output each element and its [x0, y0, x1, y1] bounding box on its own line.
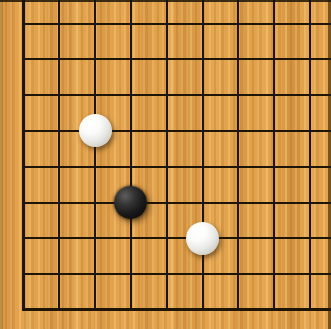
wood-grain-left-edge: [0, 0, 3, 329]
grid-line-horizontal: [22, 273, 331, 275]
grid-line-vertical: [309, 0, 311, 311]
grid-line-vertical: [202, 0, 204, 311]
grid-line-vertical: [130, 0, 132, 311]
grid-line-vertical: [273, 0, 275, 311]
board-crop-edge-top: [0, 0, 331, 2]
stone-black-D4[interactable]: [114, 186, 147, 219]
grid-line-vertical: [58, 0, 60, 311]
grid-line-horizontal: [22, 23, 331, 25]
grid-line-horizontal: [22, 94, 331, 96]
grid-line-horizontal: [22, 166, 331, 168]
grid-line-vertical: [22, 0, 25, 311]
grid-line-horizontal: [22, 202, 331, 204]
stone-white-F3[interactable]: [186, 222, 219, 255]
grid-line-horizontal: [22, 237, 331, 239]
stone-white-C6[interactable]: [79, 114, 112, 147]
grid-line-vertical: [94, 0, 96, 311]
grid-line-horizontal: [22, 130, 331, 132]
grid-line-horizontal: [22, 58, 331, 60]
grid-line-vertical: [166, 0, 168, 311]
grid-line-vertical: [237, 0, 239, 311]
go-board[interactable]: [0, 0, 331, 329]
grid-line-horizontal: [22, 308, 331, 311]
